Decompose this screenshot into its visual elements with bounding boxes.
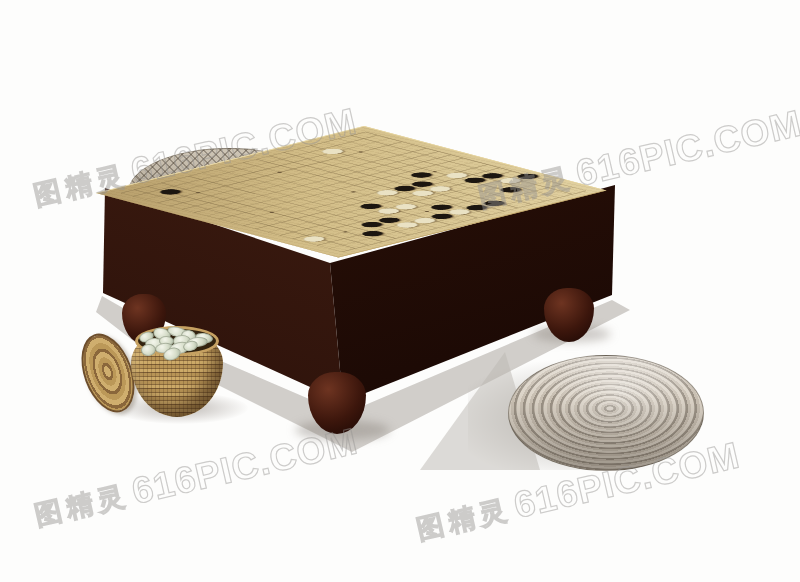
go-scene: ●●●●●●●●●●●●●●●●●●●●●●●●●●●● 图精灵 616PIC.… [0, 0, 800, 582]
rope-cushion-front [508, 355, 704, 471]
go-bowl-group [0, 0, 800, 582]
bowl-stones [135, 326, 219, 360]
